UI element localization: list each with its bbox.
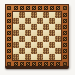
photo-background [0,0,75,75]
frame-motif-right-7 [63,55,67,59]
frame-motif-top-3 [32,6,36,10]
frame-motif-top-7 [56,6,60,10]
frame-motif-left-3 [7,31,11,35]
frame-motif-right-2 [63,25,67,29]
square-h1[interactable] [55,54,61,60]
frame-motif-corner-top-right [63,6,67,10]
frame-motif-right-0 [63,13,67,17]
frame-motif-left-5 [7,43,11,47]
playing-field [12,11,62,61]
frame-motif-left-0 [7,13,11,17]
frame-motif-left-1 [7,19,11,23]
chess-board [5,4,69,67]
frame-motif-right-6 [63,49,67,53]
frame-motif-corner-top-left [7,6,11,10]
frame-motif-top-0 [14,6,18,10]
frame-motif-left-7 [7,55,11,59]
frame-motif-left-6 [7,49,11,53]
frame-motif-top-1 [20,6,24,10]
frame-motif-top-4 [38,6,42,10]
frame-motif-top-5 [44,6,48,10]
frame-motif-right-1 [63,19,67,23]
frame-motif-right-5 [63,43,67,47]
frame-motif-right-4 [63,37,67,41]
frame-motif-top-2 [26,6,30,10]
frame-motif-left-4 [7,37,11,41]
frame-motif-right-3 [63,31,67,35]
frame-motif-left-2 [7,25,11,29]
frame-motif-top-6 [50,6,54,10]
board-bottom-edge [5,66,69,69]
